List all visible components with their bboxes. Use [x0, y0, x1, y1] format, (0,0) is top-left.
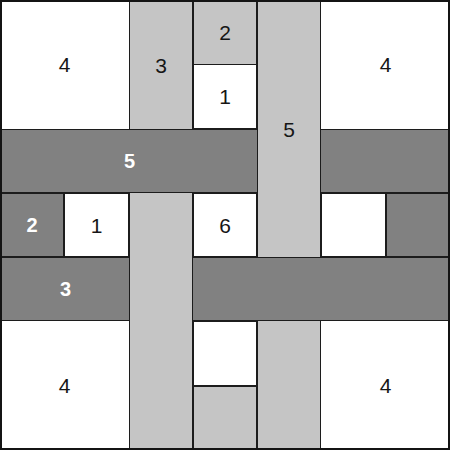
corner-label: 4 [59, 54, 71, 75]
corner-label: 4 [59, 375, 71, 396]
strip-label: 3 [155, 55, 167, 76]
strip-label: 3 [60, 279, 71, 299]
corner-label: 4 [380, 54, 392, 75]
cell-row4-col2-white: 1 [64, 193, 129, 257]
cell-label: 6 [219, 215, 231, 236]
corner-block-top-right: 4 [321, 0, 450, 129]
horizontal-strip-row5: 3 [0, 257, 450, 321]
strip-label: 5 [124, 151, 135, 171]
strip-label-box: 5 [258, 1, 320, 258]
weave-patch-col3-over-row5 [129, 257, 193, 321]
strip-label-box: 3 [1, 258, 130, 320]
corner-label: 4 [380, 375, 392, 396]
cell-col4-row6-white [193, 321, 257, 386]
strip-label-box: 5 [1, 130, 258, 192]
cell-row4-col6-white [321, 193, 386, 257]
cell-label: 2 [219, 22, 231, 43]
vertical-strip-col3: 3 [129, 0, 193, 450]
vertical-strip-col5: 5 [257, 0, 321, 450]
cell-col4-row7-light [193, 386, 257, 450]
corner-block-bottom-right: 4 [321, 321, 450, 450]
cell-col4-row1-light: 2 [193, 0, 257, 65]
horizontal-strip-row3: 5 [0, 129, 450, 193]
cell-row4-col7-dark [386, 193, 450, 257]
cell-label: 1 [219, 86, 231, 107]
cell-label: 1 [91, 215, 103, 236]
cell-row4-col1-dark: 2 [0, 193, 64, 257]
cell-center-white: 6 [193, 193, 257, 257]
strip-label-box: 3 [130, 1, 192, 130]
corner-block-top-left: 4 [0, 0, 129, 129]
strip-label: 5 [283, 119, 295, 140]
corner-block-bottom-left: 4 [0, 321, 129, 450]
cell-col4-row2-white: 1 [193, 64, 257, 129]
cell-label: 2 [26, 215, 37, 235]
puzzle-board: 4 4 4 4 2 1 6 2 1 3 5 5 [0, 0, 450, 450]
